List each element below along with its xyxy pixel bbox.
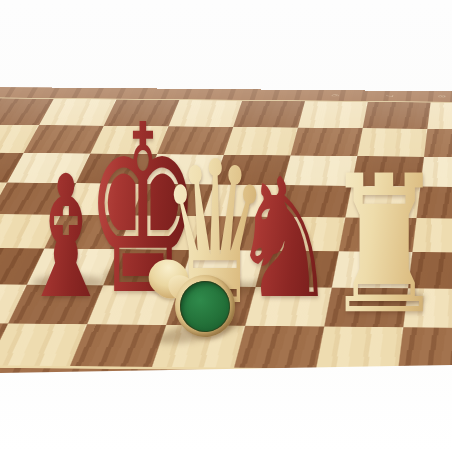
far-rank-label: 6 [329,94,338,96]
board-square [169,100,243,127]
board-square [345,186,420,218]
board-row [0,213,452,253]
board-square [417,186,452,218]
board-square [408,252,452,289]
board-square [363,102,431,129]
board-square [298,101,368,128]
board-square [224,127,298,156]
board-square [274,185,351,217]
board-square [233,101,305,128]
board-square [214,155,291,185]
board-square [424,129,452,158]
board-square [145,154,224,184]
chessboard-photo-scene: 6 7 8 3 4 ♚ ♝ ♞ ♛ ♜ [0,0,452,452]
board-square [427,103,452,130]
piece-shadow [251,277,317,291]
board-square [61,183,145,215]
board-square [265,217,345,252]
far-rank-label: 8 [436,95,444,97]
board-square [357,128,427,157]
board-square [76,154,157,184]
far-rank-label: 7 [383,95,391,97]
board-square [192,216,275,251]
board-square [339,217,417,252]
board-square [352,156,424,186]
board-square [245,287,332,327]
board-border-near: 3 4 [0,363,452,452]
board-square [132,184,214,216]
board-square [398,327,452,370]
piece-shadow [347,290,425,306]
board-square [332,251,413,288]
rank-4-label: 4 [76,374,99,382]
board-square [203,185,283,217]
board-square [420,157,452,187]
board-square [412,218,452,253]
board-square [291,128,363,157]
cream-pawn-fallen-piece [130,248,250,353]
board-square [157,126,233,154]
board-square [118,215,203,249]
board-square [283,155,358,185]
board-square [90,126,168,154]
rank-3-label: 3 [0,373,11,381]
board-row [0,152,452,188]
board-square [316,327,403,370]
board-square [104,100,179,127]
piece-shadow [32,275,106,291]
board-row [0,181,452,219]
